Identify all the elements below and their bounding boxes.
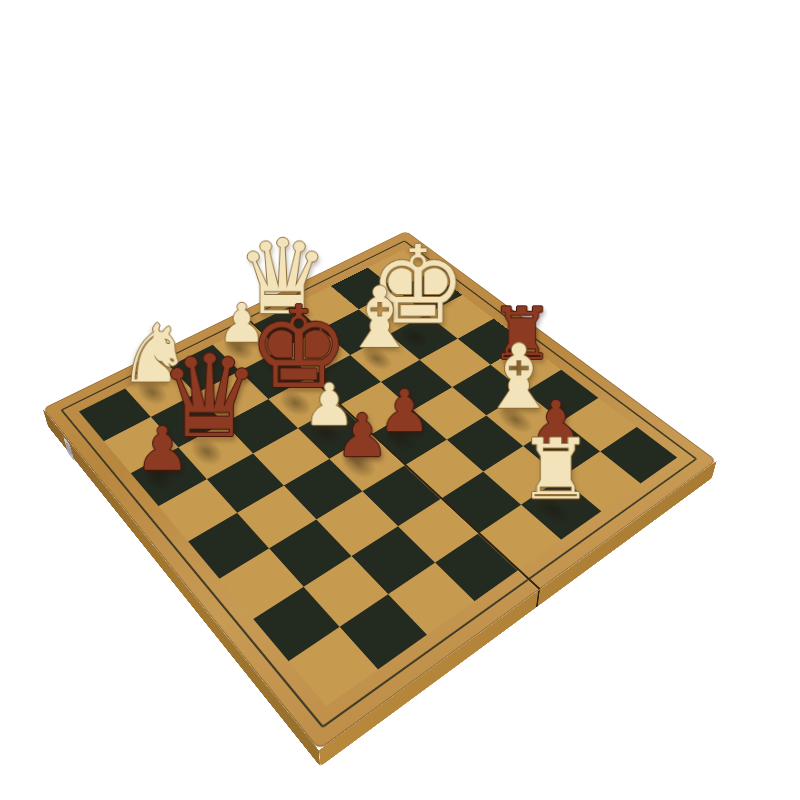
squares-grid: ♜♚♝♟♝♜♛♟♟♚♟♟♞♛♟ — [79, 250, 677, 706]
board-scene: ♜♚♝♟♝♜♛♟♟♚♟♟♞♛♟ — [0, 0, 800, 800]
board-top-surface: ♜♚♝♟♝♜♛♟♟♚♟♟♞♛♟ — [43, 231, 717, 750]
brown-pawn-c1: ♟ — [90, 419, 236, 479]
photo-background: ♜♚♝♟♝♜♛♟♟♚♟♟♞♛♟ — [0, 0, 800, 800]
chess-board: ♜♚♝♟♝♜♛♟♟♚♟♟♞♛♟ — [43, 231, 717, 750]
fold-seam-side — [536, 589, 540, 608]
white-rook-h6: ♜ — [481, 428, 631, 511]
brown-pawn-e4: ♟ — [290, 406, 434, 466]
